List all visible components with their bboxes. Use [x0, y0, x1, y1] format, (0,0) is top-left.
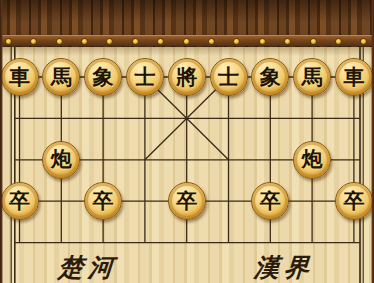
stud-icon	[259, 38, 266, 45]
piece-black-advisor[interactable]: 士	[210, 58, 248, 96]
xiangqi-game-screen: 楚河 漢界 車馬象士將士象馬車炮炮卒卒卒卒卒	[0, 0, 374, 283]
stud-icon	[132, 38, 139, 45]
stud-icon	[183, 38, 190, 45]
stud-icon	[56, 38, 63, 45]
piece-black-soldier[interactable]: 卒	[84, 182, 122, 220]
piece-black-elephant[interactable]: 象	[84, 58, 122, 96]
piece-black-horse[interactable]: 馬	[293, 58, 331, 96]
piece-black-soldier[interactable]: 卒	[168, 182, 206, 220]
piece-black-horse[interactable]: 馬	[42, 58, 80, 96]
stud-icon	[5, 38, 12, 45]
stud-icon	[310, 38, 317, 45]
piece-black-chariot[interactable]: 車	[335, 58, 373, 96]
piece-black-soldier[interactable]: 卒	[335, 182, 373, 220]
piece-black-soldier[interactable]: 卒	[251, 182, 289, 220]
stud-icon	[81, 38, 88, 45]
piece-black-advisor[interactable]: 士	[126, 58, 164, 96]
piece-black-cannon[interactable]: 炮	[42, 141, 80, 179]
piece-black-chariot[interactable]: 車	[1, 58, 39, 96]
piece-black-elephant[interactable]: 象	[251, 58, 289, 96]
piece-black-soldier[interactable]: 卒	[1, 182, 39, 220]
stud-icon	[335, 38, 342, 45]
top-frame-wood	[0, 0, 374, 48]
stud-icon	[208, 38, 215, 45]
piece-black-general[interactable]: 將	[168, 58, 206, 96]
piece-black-cannon[interactable]: 炮	[293, 141, 331, 179]
